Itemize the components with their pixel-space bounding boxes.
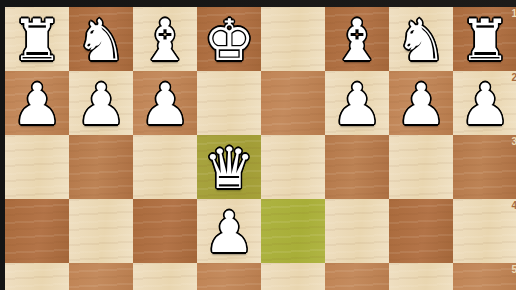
square-g1[interactable]: ♞ (69, 7, 133, 71)
square-e1[interactable]: ♚ (197, 7, 261, 71)
rank-label-2: 2 (511, 72, 516, 83)
app-background: ♜♞♝♚♝♞♜1♟♟♟♟♟♟2♛3♟45 (0, 0, 516, 290)
piece-white-pawn[interactable]: ♟ (395, 72, 446, 136)
square-b2[interactable]: ♟ (389, 71, 453, 135)
square-d2[interactable] (261, 71, 325, 135)
square-g5[interactable] (69, 263, 133, 290)
square-d5[interactable] (261, 263, 325, 290)
rank-label-3: 3 (511, 136, 516, 147)
square-c3[interactable] (325, 135, 389, 199)
square-h5[interactable] (5, 263, 69, 290)
piece-white-bishop[interactable]: ♝ (331, 8, 382, 72)
square-g3[interactable] (69, 135, 133, 199)
square-c1[interactable]: ♝ (325, 7, 389, 71)
square-c2[interactable]: ♟ (325, 71, 389, 135)
square-h3[interactable] (5, 135, 69, 199)
piece-white-rook[interactable]: ♜ (11, 8, 62, 72)
piece-white-pawn[interactable]: ♟ (139, 72, 190, 136)
piece-white-rook[interactable]: ♜ (459, 8, 510, 72)
square-h2[interactable]: ♟ (5, 71, 69, 135)
square-e5[interactable] (197, 263, 261, 290)
square-b5[interactable] (389, 263, 453, 290)
piece-white-king[interactable]: ♚ (203, 8, 254, 72)
piece-white-pawn[interactable]: ♟ (11, 72, 62, 136)
rank-label-5: 5 (511, 264, 516, 275)
rank-label-1: 1 (511, 8, 516, 19)
piece-white-pawn[interactable]: ♟ (331, 72, 382, 136)
square-f4[interactable] (133, 199, 197, 263)
square-a2[interactable]: ♟2 (453, 71, 516, 135)
square-a4[interactable]: 4 (453, 199, 516, 263)
square-h1[interactable]: ♜ (5, 7, 69, 71)
square-a5[interactable]: 5 (453, 263, 516, 290)
square-e4[interactable]: ♟ (197, 199, 261, 263)
piece-white-pawn[interactable]: ♟ (75, 72, 126, 136)
piece-white-bishop[interactable]: ♝ (139, 8, 190, 72)
square-c4[interactable] (325, 199, 389, 263)
square-g2[interactable]: ♟ (69, 71, 133, 135)
square-e3[interactable]: ♛ (197, 135, 261, 199)
square-e2[interactable] (197, 71, 261, 135)
square-g4[interactable] (69, 199, 133, 263)
chess-board: ♜♞♝♚♝♞♜1♟♟♟♟♟♟2♛3♟45 (5, 7, 516, 290)
square-f5[interactable] (133, 263, 197, 290)
square-b1[interactable]: ♞ (389, 7, 453, 71)
square-c5[interactable] (325, 263, 389, 290)
square-b3[interactable] (389, 135, 453, 199)
square-h4[interactable] (5, 199, 69, 263)
square-f3[interactable] (133, 135, 197, 199)
square-f2[interactable]: ♟ (133, 71, 197, 135)
piece-white-knight[interactable]: ♞ (75, 8, 126, 72)
square-a1[interactable]: ♜1 (453, 7, 516, 71)
square-d4[interactable] (261, 199, 325, 263)
square-a3[interactable]: 3 (453, 135, 516, 199)
square-d3[interactable] (261, 135, 325, 199)
square-d1[interactable] (261, 7, 325, 71)
square-f1[interactable]: ♝ (133, 7, 197, 71)
square-b4[interactable] (389, 199, 453, 263)
rank-label-4: 4 (511, 200, 516, 211)
piece-white-knight[interactable]: ♞ (395, 8, 446, 72)
piece-white-queen[interactable]: ♛ (203, 136, 254, 200)
piece-white-pawn[interactable]: ♟ (459, 72, 510, 136)
piece-white-pawn[interactable]: ♟ (203, 200, 254, 264)
